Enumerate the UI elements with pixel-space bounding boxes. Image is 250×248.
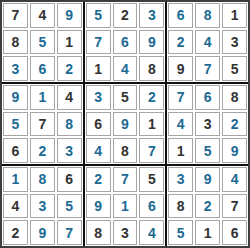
cell-r6c5[interactable]: 8 <box>113 138 138 163</box>
cell-r9c3[interactable]: 7 <box>57 220 82 245</box>
sudoku-block-4: 914578623 <box>2 84 83 164</box>
cell-r4c2[interactable]: 1 <box>30 85 55 110</box>
cell-r2c5[interactable]: 6 <box>113 30 138 55</box>
cell-r3c7[interactable]: 9 <box>168 56 193 81</box>
cell-r2c8[interactable]: 4 <box>195 30 220 55</box>
cell-r6c7[interactable]: 1 <box>168 138 193 163</box>
cell-r4c4[interactable]: 3 <box>86 85 111 110</box>
cell-r1c2[interactable]: 4 <box>30 3 55 28</box>
cell-r8c4[interactable]: 9 <box>86 194 111 219</box>
sudoku-block-8: 275916834 <box>85 166 166 246</box>
cell-r8c5[interactable]: 1 <box>113 194 138 219</box>
cell-r8c1[interactable]: 4 <box>3 194 28 219</box>
sudoku-block-9: 394827516 <box>167 166 248 246</box>
cell-r7c9[interactable]: 4 <box>222 167 247 192</box>
cell-r3c1[interactable]: 3 <box>3 56 28 81</box>
cell-r2c2[interactable]: 5 <box>30 30 55 55</box>
sudoku-block-1: 749851362 <box>2 2 83 82</box>
cell-r6c8[interactable]: 5 <box>195 138 220 163</box>
cell-r5c5[interactable]: 9 <box>113 112 138 137</box>
cell-r5c3[interactable]: 8 <box>57 112 82 137</box>
cell-r8c6[interactable]: 6 <box>139 194 164 219</box>
cell-r8c8[interactable]: 2 <box>195 194 220 219</box>
cell-r3c9[interactable]: 5 <box>222 56 247 81</box>
cell-r5c7[interactable]: 4 <box>168 112 193 137</box>
cell-r8c2[interactable]: 3 <box>30 194 55 219</box>
cell-r9c4[interactable]: 8 <box>86 220 111 245</box>
cell-r5c4[interactable]: 6 <box>86 112 111 137</box>
cell-r2c4[interactable]: 7 <box>86 30 111 55</box>
cell-r4c6[interactable]: 2 <box>139 85 164 110</box>
cell-r7c2[interactable]: 8 <box>30 167 55 192</box>
cell-r7c6[interactable]: 5 <box>139 167 164 192</box>
cell-r4c9[interactable]: 8 <box>222 85 247 110</box>
cell-r7c4[interactable]: 2 <box>86 167 111 192</box>
cell-r4c3[interactable]: 4 <box>57 85 82 110</box>
cell-r8c9[interactable]: 7 <box>222 194 247 219</box>
cell-r5c1[interactable]: 5 <box>3 112 28 137</box>
sudoku-board: 7498513625237691486812439759145786233526… <box>0 0 250 248</box>
cell-r3c6[interactable]: 8 <box>139 56 164 81</box>
cell-r7c3[interactable]: 6 <box>57 167 82 192</box>
cell-r8c7[interactable]: 8 <box>168 194 193 219</box>
sudoku-block-6: 768432159 <box>167 84 248 164</box>
sudoku-block-2: 523769148 <box>85 2 166 82</box>
cell-r6c4[interactable]: 4 <box>86 138 111 163</box>
cell-r7c8[interactable]: 9 <box>195 167 220 192</box>
cell-r4c8[interactable]: 6 <box>195 85 220 110</box>
cell-r9c8[interactable]: 1 <box>195 220 220 245</box>
cell-r5c6[interactable]: 1 <box>139 112 164 137</box>
cell-r8c3[interactable]: 5 <box>57 194 82 219</box>
cell-r1c4[interactable]: 5 <box>86 3 111 28</box>
cell-r6c3[interactable]: 3 <box>57 138 82 163</box>
cell-r1c6[interactable]: 3 <box>139 3 164 28</box>
cell-r2c1[interactable]: 8 <box>3 30 28 55</box>
sudoku-block-5: 352691487 <box>85 84 166 164</box>
cell-r9c6[interactable]: 4 <box>139 220 164 245</box>
cell-r5c2[interactable]: 7 <box>30 112 55 137</box>
cell-r1c7[interactable]: 6 <box>168 3 193 28</box>
cell-r9c9[interactable]: 6 <box>222 220 247 245</box>
cell-r5c9[interactable]: 2 <box>222 112 247 137</box>
cell-r6c6[interactable]: 7 <box>139 138 164 163</box>
cell-r7c7[interactable]: 3 <box>168 167 193 192</box>
sudoku-block-7: 186435297 <box>2 166 83 246</box>
cell-r6c2[interactable]: 2 <box>30 138 55 163</box>
cell-r4c5[interactable]: 5 <box>113 85 138 110</box>
cell-r1c5[interactable]: 2 <box>113 3 138 28</box>
cell-r3c8[interactable]: 7 <box>195 56 220 81</box>
cell-r3c2[interactable]: 6 <box>30 56 55 81</box>
cell-r9c7[interactable]: 5 <box>168 220 193 245</box>
cell-r9c5[interactable]: 3 <box>113 220 138 245</box>
cell-r4c1[interactable]: 9 <box>3 85 28 110</box>
cell-r1c8[interactable]: 8 <box>195 3 220 28</box>
cell-r1c3[interactable]: 9 <box>57 3 82 28</box>
cell-r6c1[interactable]: 6 <box>3 138 28 163</box>
cell-r6c9[interactable]: 9 <box>222 138 247 163</box>
cell-r2c9[interactable]: 3 <box>222 30 247 55</box>
cell-r1c1[interactable]: 7 <box>3 3 28 28</box>
cell-r4c7[interactable]: 7 <box>168 85 193 110</box>
cell-r7c1[interactable]: 1 <box>3 167 28 192</box>
cell-r9c1[interactable]: 2 <box>3 220 28 245</box>
cell-r2c3[interactable]: 1 <box>57 30 82 55</box>
cell-r5c8[interactable]: 3 <box>195 112 220 137</box>
cell-r9c2[interactable]: 9 <box>30 220 55 245</box>
cell-r3c4[interactable]: 1 <box>86 56 111 81</box>
cell-r2c7[interactable]: 2 <box>168 30 193 55</box>
cell-r3c3[interactable]: 2 <box>57 56 82 81</box>
sudoku-block-3: 681243975 <box>167 2 248 82</box>
cell-r1c9[interactable]: 1 <box>222 3 247 28</box>
cell-r7c5[interactable]: 7 <box>113 167 138 192</box>
cell-r2c6[interactable]: 9 <box>139 30 164 55</box>
cell-r3c5[interactable]: 4 <box>113 56 138 81</box>
